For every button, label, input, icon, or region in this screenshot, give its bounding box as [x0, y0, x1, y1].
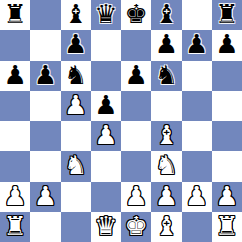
- square-e2[interactable]: ♟: [121, 182, 151, 212]
- square-h4[interactable]: [212, 121, 242, 151]
- square-d1[interactable]: ♛: [91, 212, 121, 242]
- piece-black-pawn[interactable]: ♟: [64, 30, 87, 59]
- square-c2[interactable]: [61, 182, 91, 212]
- piece-white-queen[interactable]: ♛: [94, 212, 117, 241]
- square-b2[interactable]: ♟: [30, 182, 60, 212]
- square-c1[interactable]: [61, 212, 91, 242]
- square-b3[interactable]: [30, 151, 60, 181]
- square-f2[interactable]: ♟: [151, 182, 181, 212]
- piece-black-pawn[interactable]: ♟: [124, 61, 147, 90]
- square-h6[interactable]: [212, 61, 242, 91]
- square-b5[interactable]: [30, 91, 60, 121]
- piece-black-pawn[interactable]: ♟: [94, 91, 117, 120]
- square-b1[interactable]: [30, 212, 60, 242]
- square-c4[interactable]: [61, 121, 91, 151]
- square-g1[interactable]: [182, 212, 212, 242]
- piece-white-pawn[interactable]: ♟: [185, 182, 208, 211]
- square-h8[interactable]: ♜: [212, 0, 242, 30]
- square-g4[interactable]: [182, 121, 212, 151]
- square-g2[interactable]: ♟: [182, 182, 212, 212]
- piece-black-bishop[interactable]: ♝: [64, 0, 87, 29]
- square-f4[interactable]: ♝: [151, 121, 181, 151]
- piece-black-bishop[interactable]: ♝: [155, 0, 178, 29]
- square-e5[interactable]: [121, 91, 151, 121]
- square-a4[interactable]: [0, 121, 30, 151]
- square-a2[interactable]: ♟: [0, 182, 30, 212]
- square-e7[interactable]: [121, 30, 151, 60]
- piece-white-rook[interactable]: ♜: [215, 212, 238, 241]
- piece-white-bishop[interactable]: ♝: [155, 212, 178, 241]
- square-d8[interactable]: ♛: [91, 0, 121, 30]
- piece-black-queen[interactable]: ♛: [94, 0, 117, 29]
- square-c6[interactable]: ♞: [61, 61, 91, 91]
- piece-white-pawn[interactable]: ♟: [215, 182, 238, 211]
- piece-black-pawn[interactable]: ♟: [185, 30, 208, 59]
- square-b8[interactable]: [30, 0, 60, 30]
- square-g3[interactable]: [182, 151, 212, 181]
- piece-white-pawn[interactable]: ♟: [94, 121, 117, 150]
- square-e3[interactable]: [121, 151, 151, 181]
- square-h7[interactable]: ♟: [212, 30, 242, 60]
- piece-black-pawn[interactable]: ♟: [215, 30, 238, 59]
- square-e6[interactable]: ♟: [121, 61, 151, 91]
- square-f7[interactable]: ♟: [151, 30, 181, 60]
- piece-white-pawn[interactable]: ♟: [155, 182, 178, 211]
- piece-white-knight[interactable]: ♞: [64, 151, 87, 180]
- piece-white-pawn[interactable]: ♟: [124, 182, 147, 211]
- square-c7[interactable]: ♟: [61, 30, 91, 60]
- piece-white-bishop[interactable]: ♝: [155, 121, 178, 150]
- piece-white-pawn[interactable]: ♟: [3, 182, 26, 211]
- square-d7[interactable]: [91, 30, 121, 60]
- piece-black-knight[interactable]: ♞: [155, 61, 178, 90]
- square-a6[interactable]: ♟: [0, 61, 30, 91]
- square-f8[interactable]: ♝: [151, 0, 181, 30]
- piece-black-pawn[interactable]: ♟: [34, 61, 57, 90]
- piece-black-pawn[interactable]: ♟: [155, 30, 178, 59]
- square-d2[interactable]: [91, 182, 121, 212]
- square-d5[interactable]: ♟: [91, 91, 121, 121]
- piece-white-rook[interactable]: ♜: [3, 212, 26, 241]
- square-h3[interactable]: [212, 151, 242, 181]
- square-a8[interactable]: ♜: [0, 0, 30, 30]
- square-b6[interactable]: ♟: [30, 61, 60, 91]
- piece-black-rook[interactable]: ♜: [3, 0, 26, 29]
- square-g8[interactable]: [182, 0, 212, 30]
- square-d4[interactable]: ♟: [91, 121, 121, 151]
- square-c3[interactable]: ♞: [61, 151, 91, 181]
- piece-white-king[interactable]: ♚: [124, 212, 147, 241]
- piece-black-rook[interactable]: ♜: [215, 0, 238, 29]
- square-g6[interactable]: [182, 61, 212, 91]
- square-c8[interactable]: ♝: [61, 0, 91, 30]
- square-h2[interactable]: ♟: [212, 182, 242, 212]
- square-a3[interactable]: [0, 151, 30, 181]
- square-a7[interactable]: [0, 30, 30, 60]
- square-b7[interactable]: [30, 30, 60, 60]
- square-e1[interactable]: ♚: [121, 212, 151, 242]
- square-b4[interactable]: [30, 121, 60, 151]
- square-f6[interactable]: ♞: [151, 61, 181, 91]
- chess-board: ♜♝♛♚♝♜♟♟♟♟♟♟♞♟♞♟♟♟♝♞♞♟♟♟♟♟♟♜♛♚♝♜: [0, 0, 242, 242]
- piece-white-knight[interactable]: ♞: [155, 151, 178, 180]
- square-f3[interactable]: ♞: [151, 151, 181, 181]
- square-a5[interactable]: [0, 91, 30, 121]
- square-f5[interactable]: [151, 91, 181, 121]
- square-e8[interactable]: ♚: [121, 0, 151, 30]
- piece-white-pawn[interactable]: ♟: [64, 91, 87, 120]
- piece-black-knight[interactable]: ♞: [64, 61, 87, 90]
- chess-board-grid: ♜♝♛♚♝♜♟♟♟♟♟♟♞♟♞♟♟♟♝♞♞♟♟♟♟♟♟♜♛♚♝♜: [0, 0, 242, 242]
- square-f1[interactable]: ♝: [151, 212, 181, 242]
- square-g5[interactable]: [182, 91, 212, 121]
- piece-white-pawn[interactable]: ♟: [34, 182, 57, 211]
- piece-black-pawn[interactable]: ♟: [3, 61, 26, 90]
- square-h1[interactable]: ♜: [212, 212, 242, 242]
- square-a1[interactable]: ♜: [0, 212, 30, 242]
- square-h5[interactable]: [212, 91, 242, 121]
- square-d3[interactable]: [91, 151, 121, 181]
- square-d6[interactable]: [91, 61, 121, 91]
- square-e4[interactable]: [121, 121, 151, 151]
- piece-black-king[interactable]: ♚: [124, 0, 147, 29]
- square-c5[interactable]: ♟: [61, 91, 91, 121]
- square-g7[interactable]: ♟: [182, 30, 212, 60]
